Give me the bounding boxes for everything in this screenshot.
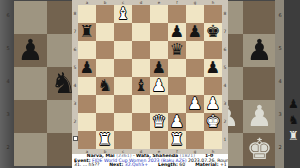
bg-square-b3 [47, 100, 72, 133]
bg-rank-label: 2 [276, 144, 284, 150]
square-e2[interactable]: ♛ [150, 113, 168, 131]
game-caption: Narva, Mai (2361) - Wafa, Shahenda (1821… [72, 154, 228, 168]
coord-label: 6 [222, 41, 228, 59]
white-pawn[interactable]: ♟ [150, 77, 168, 95]
square-h5[interactable]: ♟ [204, 59, 222, 77]
bg-black-pawn: ♟ [243, 34, 276, 67]
white-rook[interactable]: ♜ [96, 131, 114, 149]
bg-rank-label: 5 [4, 45, 12, 51]
bg-square-a4 [14, 67, 47, 100]
square-d4[interactable]: ♝ [132, 77, 150, 95]
square-e6[interactable] [150, 41, 168, 59]
square-d3[interactable] [132, 95, 150, 113]
video-frame: ♟♞ 65432 ♟♟♟♚ 65432 ♟♞♜ abcdefgh 8765432… [0, 0, 300, 168]
bg-rank-label: 6 [276, 12, 284, 18]
square-d7[interactable] [132, 23, 150, 41]
square-b8[interactable] [96, 5, 114, 23]
material-label: Material: [195, 162, 218, 167]
background-left-bar: ♟♞ 65432 [0, 0, 72, 168]
rank-labels-right: 87654321 [222, 5, 228, 149]
bg-square-a6 [14, 1, 47, 34]
square-a7[interactable]: ♜ [78, 23, 96, 41]
black-pawn[interactable]: ♟ [186, 23, 204, 41]
square-h6[interactable] [204, 41, 222, 59]
square-e1[interactable] [150, 131, 168, 149]
bg-white-pawn: ♟ [243, 100, 276, 133]
next-label: Next: [109, 162, 123, 167]
white-rook-icon: ♜ [287, 129, 300, 144]
bg-white-king: ♚ [243, 133, 276, 166]
black-king[interactable]: ♚ [204, 23, 222, 41]
square-h3[interactable]: ♟ [204, 95, 222, 113]
black-knight[interactable]: ♞ [96, 77, 114, 95]
square-b6[interactable] [96, 41, 114, 59]
bg-square-g4 [228, 67, 243, 100]
square-b5[interactable] [96, 59, 114, 77]
square-b1[interactable]: ♜ [96, 131, 114, 149]
square-f1[interactable]: ♜ [168, 131, 186, 149]
square-h2[interactable]: ♚ [204, 113, 222, 131]
white-king[interactable]: ♚ [204, 113, 222, 131]
black-queen[interactable]: ♛ [168, 41, 186, 59]
bg-square-g6 [228, 1, 243, 34]
coord-label: 1 [222, 131, 228, 149]
square-h1[interactable] [204, 131, 222, 149]
bg-rank-label: 4 [4, 78, 12, 84]
square-h4[interactable] [204, 77, 222, 95]
bg-rank-label: 6 [4, 12, 12, 18]
last-move: 31. ... h5?? [74, 162, 99, 167]
square-g7[interactable]: ♟ [186, 23, 204, 41]
black-bishop[interactable]: ♝ [132, 77, 150, 95]
chess-board[interactable]: ♝♜♟♟♚♛♟♟♟♞♝♟♟♟♛♟♚♜♜ [78, 5, 222, 149]
square-g4[interactable] [186, 77, 204, 95]
square-d6[interactable] [132, 41, 150, 59]
square-f5[interactable] [168, 59, 186, 77]
white-pawn[interactable]: ♟ [186, 95, 204, 113]
bg-black-pawn: ♟ [14, 34, 47, 67]
square-e7[interactable] [150, 23, 168, 41]
square-a8[interactable] [78, 5, 96, 23]
white-pawn[interactable]: ♟ [204, 95, 222, 113]
square-c6[interactable] [114, 41, 132, 59]
square-e5[interactable]: ♟ [150, 59, 168, 77]
square-g1[interactable] [186, 131, 204, 149]
black-pawn-icon: ♟ [287, 97, 300, 112]
coord-label: 5 [222, 59, 228, 77]
square-c7[interactable] [114, 23, 132, 41]
moves-line: 31. ... h5?? Next: 32.Qxh5+ Length: 60 M… [72, 163, 228, 168]
bg-white-pawn: ♟ [228, 100, 243, 133]
square-a5[interactable]: ♟ [78, 59, 96, 77]
length-value: 60 [179, 162, 185, 167]
bg-square-h6 [243, 1, 276, 34]
square-b4[interactable]: ♞ [96, 77, 114, 95]
square-a2[interactable] [78, 113, 96, 131]
side-to-move-indicator [73, 136, 78, 141]
bg-square-g5 [228, 34, 243, 67]
square-a1[interactable] [78, 131, 96, 149]
square-g3[interactable]: ♟ [186, 95, 204, 113]
coord-label: 3 [222, 95, 228, 113]
square-d8[interactable] [132, 5, 150, 23]
right-margin-strip [275, 0, 284, 168]
bg-black-knight: ♞ [47, 67, 72, 100]
square-e4[interactable]: ♟ [150, 77, 168, 95]
square-h7[interactable]: ♚ [204, 23, 222, 41]
square-a3[interactable] [78, 95, 96, 113]
square-f8[interactable] [168, 5, 186, 23]
bg-square-a2 [14, 133, 47, 166]
square-g6[interactable] [186, 41, 204, 59]
square-a4[interactable] [78, 77, 96, 95]
square-b2[interactable] [96, 113, 114, 131]
square-c1[interactable] [114, 131, 132, 149]
square-e8[interactable] [150, 5, 168, 23]
square-g2[interactable] [186, 113, 204, 131]
white-bishop[interactable]: ♝ [114, 5, 132, 23]
square-f6[interactable]: ♛ [168, 41, 186, 59]
bg-square-h4 [243, 67, 276, 100]
bg-square-g2 [228, 133, 243, 166]
material-value: +1 [220, 162, 227, 167]
black-rook[interactable]: ♜ [78, 23, 96, 41]
square-c8[interactable]: ♝ [114, 5, 132, 23]
square-b3[interactable] [96, 95, 114, 113]
left-gradient-strip [0, 0, 14, 168]
black-pawn[interactable]: ♟ [204, 59, 222, 77]
length-label: Length: [158, 162, 178, 167]
square-e3[interactable] [150, 95, 168, 113]
bg-square-b5 [47, 34, 72, 67]
coord-label: 8 [222, 5, 228, 23]
square-a6[interactable] [78, 41, 96, 59]
bg-rank-label: 4 [276, 78, 284, 84]
square-g8[interactable] [186, 5, 204, 23]
bg-rank-label: 3 [276, 111, 284, 117]
square-d5[interactable] [132, 59, 150, 77]
square-d1[interactable] [132, 131, 150, 149]
square-b7[interactable] [96, 23, 114, 41]
square-c2[interactable] [114, 113, 132, 131]
bg-rank-label: 5 [276, 45, 284, 51]
white-queen[interactable]: ♛ [150, 113, 168, 131]
square-c5[interactable] [114, 59, 132, 77]
coord-label: 7 [222, 23, 228, 41]
white-rook[interactable]: ♜ [168, 131, 186, 149]
black-pawn[interactable]: ♟ [168, 23, 186, 41]
square-d2[interactable] [132, 113, 150, 131]
black-pawn[interactable]: ♟ [78, 59, 96, 77]
bg-square-a3 [14, 100, 47, 133]
square-f3[interactable] [168, 95, 186, 113]
square-c3[interactable] [114, 95, 132, 113]
bg-square-b2 [47, 133, 72, 166]
bg-rank-label: 2 [4, 144, 12, 150]
square-h8[interactable] [204, 5, 222, 23]
square-f4[interactable] [168, 77, 186, 95]
background-right-bar: ♟♟♟♚ 65432 ♟♞♜ [228, 0, 300, 168]
diagram-panel: abcdefgh 87654321 87654321 ♝♜♟♟♚♛♟♟♟♞♝♟♟… [72, 0, 228, 168]
coord-label: 4 [222, 77, 228, 95]
next-move[interactable]: 32.Qxh5+ [125, 162, 148, 167]
square-f2[interactable]: ♟ [168, 113, 186, 131]
square-c4[interactable] [114, 77, 132, 95]
bg-rank-label: 3 [4, 111, 12, 117]
black-pawn[interactable]: ♟ [150, 59, 168, 77]
bg-square-b6 [47, 1, 72, 34]
square-g5[interactable] [186, 59, 204, 77]
white-pawn[interactable]: ♟ [168, 113, 186, 131]
coord-label: 2 [222, 113, 228, 131]
square-f7[interactable]: ♟ [168, 23, 186, 41]
black-knight-icon: ♞ [287, 113, 300, 128]
